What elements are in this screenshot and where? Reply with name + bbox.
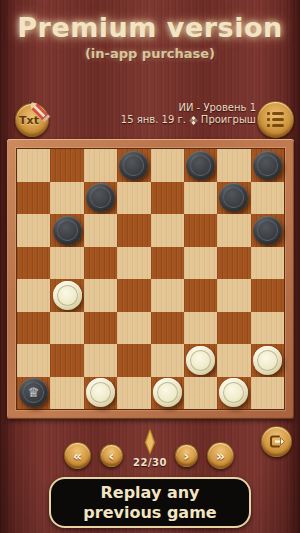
black-man-piece[interactable] — [219, 183, 248, 212]
board-square[interactable] — [50, 182, 83, 215]
white-man-piece[interactable] — [219, 378, 248, 407]
board-square[interactable] — [251, 149, 284, 182]
replay-banner-button[interactable]: Replay any previous game — [49, 477, 251, 528]
board-square[interactable] — [251, 182, 284, 215]
black-man-piece[interactable] — [86, 183, 115, 212]
board-square[interactable] — [50, 149, 83, 182]
board-square[interactable] — [17, 149, 50, 182]
board-square[interactable] — [117, 149, 150, 182]
board-square[interactable] — [84, 344, 117, 377]
board-square[interactable] — [117, 312, 150, 345]
exit-replay-button[interactable] — [261, 426, 292, 457]
board-square[interactable] — [217, 214, 250, 247]
board-square[interactable] — [50, 279, 83, 312]
text-notation-button[interactable]: Txt — [15, 103, 49, 137]
board-square[interactable] — [117, 214, 150, 247]
board-grid: ♕ — [16, 148, 285, 410]
game-result-label: Проигрыш — [201, 114, 256, 126]
board-square[interactable] — [151, 149, 184, 182]
board-square[interactable] — [217, 182, 250, 215]
app-screen: Premium version (in-app purchase) Txt ИИ… — [0, 0, 300, 533]
board-square[interactable] — [151, 214, 184, 247]
game-date-label: 15 янв. 19 г. — [121, 114, 186, 126]
board-square[interactable] — [151, 344, 184, 377]
white-man-piece[interactable] — [53, 281, 82, 310]
board-square[interactable] — [50, 377, 83, 410]
checkers-board-frame: ♕ — [7, 139, 294, 419]
board-square[interactable] — [84, 149, 117, 182]
board-square[interactable] — [84, 247, 117, 280]
board-square[interactable] — [17, 279, 50, 312]
next-move-button[interactable]: › — [175, 444, 198, 467]
board-square[interactable] — [217, 149, 250, 182]
board-square[interactable] — [251, 214, 284, 247]
board-square[interactable] — [117, 377, 150, 410]
board-square[interactable] — [50, 247, 83, 280]
list-menu-icon — [267, 112, 284, 127]
board-square[interactable] — [17, 247, 50, 280]
board-square[interactable] — [17, 182, 50, 215]
page-title: Premium version — [0, 12, 300, 43]
board-square[interactable] — [117, 247, 150, 280]
board-square[interactable] — [251, 279, 284, 312]
black-man-piece[interactable] — [53, 216, 82, 245]
board-square[interactable] — [117, 344, 150, 377]
white-man-piece[interactable] — [253, 346, 282, 375]
board-square[interactable] — [151, 377, 184, 410]
board-square[interactable] — [217, 312, 250, 345]
first-move-button[interactable]: « — [64, 442, 91, 469]
board-square[interactable] — [184, 214, 217, 247]
black-man-piece[interactable] — [186, 151, 215, 180]
black-man-piece[interactable] — [253, 216, 282, 245]
opponent-level-label: ИИ - Уровень 1 — [121, 102, 256, 114]
replay-banner-label: Replay any previous game — [51, 483, 249, 523]
board-square[interactable] — [184, 377, 217, 410]
board-square[interactable] — [184, 247, 217, 280]
board-square[interactable] — [50, 344, 83, 377]
board-square[interactable] — [84, 214, 117, 247]
white-man-piece[interactable] — [86, 378, 115, 407]
page-subtitle: (in-app purchase) — [0, 46, 300, 61]
board-square[interactable] — [217, 377, 250, 410]
board-square[interactable] — [184, 182, 217, 215]
board-square[interactable] — [117, 279, 150, 312]
board-square[interactable] — [251, 377, 284, 410]
pencil-icon — [23, 95, 57, 129]
board-square[interactable] — [217, 247, 250, 280]
diamond-pointer-icon — [144, 428, 156, 455]
board-square[interactable] — [251, 312, 284, 345]
board-square[interactable] — [117, 182, 150, 215]
board-square[interactable] — [84, 279, 117, 312]
board-square[interactable] — [151, 247, 184, 280]
white-man-piece[interactable] — [186, 346, 215, 375]
board-square[interactable] — [17, 344, 50, 377]
board-square[interactable] — [184, 312, 217, 345]
board-square[interactable] — [251, 344, 284, 377]
board-square[interactable] — [151, 182, 184, 215]
game-info: ИИ - Уровень 1 15 янв. 19 г. Проигрыш — [121, 102, 256, 126]
last-move-button[interactable]: » — [207, 442, 234, 469]
board-square[interactable] — [251, 247, 284, 280]
board-square[interactable] — [184, 279, 217, 312]
white-man-piece[interactable] — [153, 378, 182, 407]
game-result-line: 15 янв. 19 г. Проигрыш — [121, 114, 256, 126]
board-square[interactable] — [84, 377, 117, 410]
board-square[interactable] — [184, 149, 217, 182]
board-square[interactable] — [151, 312, 184, 345]
board-square[interactable] — [17, 214, 50, 247]
board-square[interactable] — [84, 182, 117, 215]
checkered-diamond-icon — [189, 116, 198, 125]
black-king-piece[interactable]: ♕ — [19, 378, 48, 407]
board-square[interactable]: ♕ — [17, 377, 50, 410]
board-square[interactable] — [50, 214, 83, 247]
board-square[interactable] — [84, 312, 117, 345]
black-man-piece[interactable] — [119, 151, 148, 180]
black-man-piece[interactable] — [253, 151, 282, 180]
king-crown-icon: ♕ — [28, 386, 40, 399]
board-square[interactable] — [50, 312, 83, 345]
exit-door-icon — [267, 432, 286, 451]
board-square[interactable] — [217, 344, 250, 377]
previous-move-button[interactable]: ‹ — [100, 444, 123, 467]
menu-button[interactable] — [257, 101, 294, 138]
board-square[interactable] — [151, 279, 184, 312]
board-square[interactable] — [217, 279, 250, 312]
board-square[interactable] — [17, 312, 50, 345]
board-square[interactable] — [184, 344, 217, 377]
